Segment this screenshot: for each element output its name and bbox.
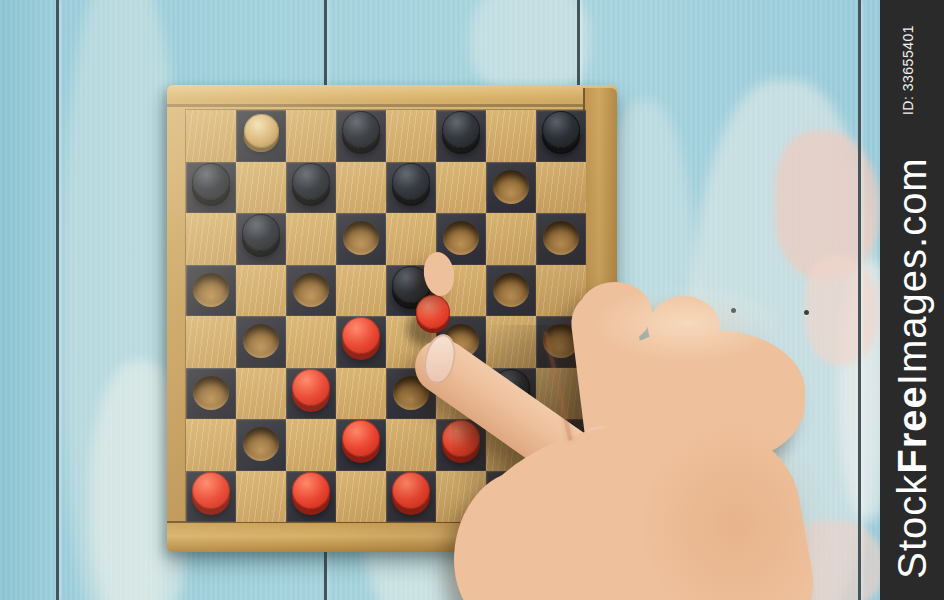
peg-hole: [193, 376, 229, 410]
square-r7c1: [186, 419, 236, 471]
square-r1c4[interactable]: [336, 110, 386, 162]
watermark-site-text: StockFreeImages.com: [890, 157, 935, 578]
square-r4c1[interactable]: [186, 265, 236, 317]
square-r5c4[interactable]: [336, 316, 386, 368]
square-r2c5[interactable]: [386, 162, 436, 214]
square-r7c7: [486, 419, 536, 471]
square-r3c5: [386, 213, 436, 265]
red-peg[interactable]: [292, 472, 330, 509]
peg-hole: [343, 221, 379, 255]
square-r8c4: [336, 471, 386, 523]
nail-hole: [731, 308, 736, 313]
square-r5c2[interactable]: [236, 316, 286, 368]
scene: StockFreeImages.com ID: 33655401: [0, 0, 944, 600]
square-r6c1[interactable]: [186, 368, 236, 420]
held-red-peg[interactable]: [416, 295, 450, 329]
board-grid: [185, 109, 585, 521]
black-peg[interactable]: [542, 420, 580, 457]
black-peg[interactable]: [442, 111, 480, 148]
square-r3c2[interactable]: [236, 213, 286, 265]
black-peg[interactable]: [542, 111, 580, 148]
red-peg[interactable]: [442, 420, 480, 457]
peg-hole: [293, 273, 329, 307]
square-r6c2: [236, 368, 286, 420]
square-r4c8: [536, 265, 586, 317]
square-r7c6[interactable]: [436, 419, 486, 471]
square-r3c4[interactable]: [336, 213, 386, 265]
square-r1c8[interactable]: [536, 110, 586, 162]
square-r6c6: [436, 368, 486, 420]
box-lid-edge: [167, 85, 617, 107]
black-peg[interactable]: [392, 163, 430, 200]
square-r7c2[interactable]: [236, 419, 286, 471]
peg-hole: [543, 221, 579, 255]
square-r4c3[interactable]: [286, 265, 336, 317]
square-r4c2: [236, 265, 286, 317]
square-r8c8: [536, 471, 586, 523]
box-right-rail: [583, 88, 617, 549]
square-r3c7: [486, 213, 536, 265]
square-r6c5[interactable]: [386, 368, 436, 420]
square-r2c7[interactable]: [486, 162, 536, 214]
peg-hole: [193, 273, 229, 307]
square-r1c6[interactable]: [436, 110, 486, 162]
square-r5c3: [286, 316, 336, 368]
black-peg[interactable]: [292, 163, 330, 200]
square-r8c7[interactable]: [486, 471, 536, 523]
square-r2c8: [536, 162, 586, 214]
square-r4c7[interactable]: [486, 265, 536, 317]
square-r3c3: [286, 213, 336, 265]
square-r4c4: [336, 265, 386, 317]
peg-hole: [443, 324, 479, 358]
watermark-site-prefix: Stock: [890, 474, 934, 579]
natural-peg[interactable]: [244, 114, 279, 148]
square-r1c5: [386, 110, 436, 162]
watermark-site-suffix: Images.com: [890, 157, 934, 385]
square-r7c8[interactable]: [536, 419, 586, 471]
black-peg[interactable]: [242, 214, 280, 251]
watermark-site-bold: Free: [890, 385, 934, 474]
square-r7c5: [386, 419, 436, 471]
peg-hole: [393, 376, 429, 410]
square-r7c4[interactable]: [336, 419, 386, 471]
plank-seam: [858, 0, 861, 600]
square-r3c8[interactable]: [536, 213, 586, 265]
peg-hole: [493, 273, 529, 307]
square-r7c3: [286, 419, 336, 471]
nail-hole: [804, 310, 809, 315]
square-r8c3[interactable]: [286, 471, 336, 523]
square-r1c2[interactable]: [236, 110, 286, 162]
square-r1c1: [186, 110, 236, 162]
square-r2c4: [336, 162, 386, 214]
watermark-id-text: ID: 33655401: [900, 25, 916, 115]
peg-hole: [493, 479, 529, 513]
peg-hole: [443, 221, 479, 255]
square-r3c1: [186, 213, 236, 265]
black-peg[interactable]: [192, 163, 230, 200]
square-r6c3[interactable]: [286, 368, 336, 420]
square-r2c2: [236, 162, 286, 214]
square-r2c6: [436, 162, 486, 214]
red-peg[interactable]: [342, 420, 380, 457]
square-r6c8: [536, 368, 586, 420]
red-peg[interactable]: [342, 317, 380, 354]
square-r3c6[interactable]: [436, 213, 486, 265]
plank-seam: [56, 0, 59, 600]
square-r8c6: [436, 471, 486, 523]
square-r5c1: [186, 316, 236, 368]
peeled-paint-patch: [805, 255, 880, 365]
checkers-board-box: [167, 85, 617, 552]
square-r6c4: [336, 368, 386, 420]
square-r5c7: [486, 316, 536, 368]
square-r8c1[interactable]: [186, 471, 236, 523]
square-r5c8[interactable]: [536, 316, 586, 368]
peg-hole: [493, 170, 529, 204]
square-r8c2: [236, 471, 286, 523]
peg-hole: [243, 427, 279, 461]
red-peg[interactable]: [192, 472, 230, 509]
square-r1c3: [286, 110, 336, 162]
red-peg[interactable]: [392, 472, 430, 509]
red-peg[interactable]: [292, 369, 330, 406]
square-r2c1[interactable]: [186, 162, 236, 214]
square-r1c7: [486, 110, 536, 162]
box-bottom-rail: [167, 521, 617, 552]
peg-hole: [543, 324, 579, 358]
nail-hole: [634, 311, 639, 316]
peg-hole: [243, 324, 279, 358]
square-r6c7[interactable]: [486, 368, 536, 420]
square-r2c3[interactable]: [286, 162, 336, 214]
black-peg[interactable]: [342, 111, 380, 148]
black-peg[interactable]: [492, 369, 530, 406]
square-r8c5[interactable]: [386, 471, 436, 523]
